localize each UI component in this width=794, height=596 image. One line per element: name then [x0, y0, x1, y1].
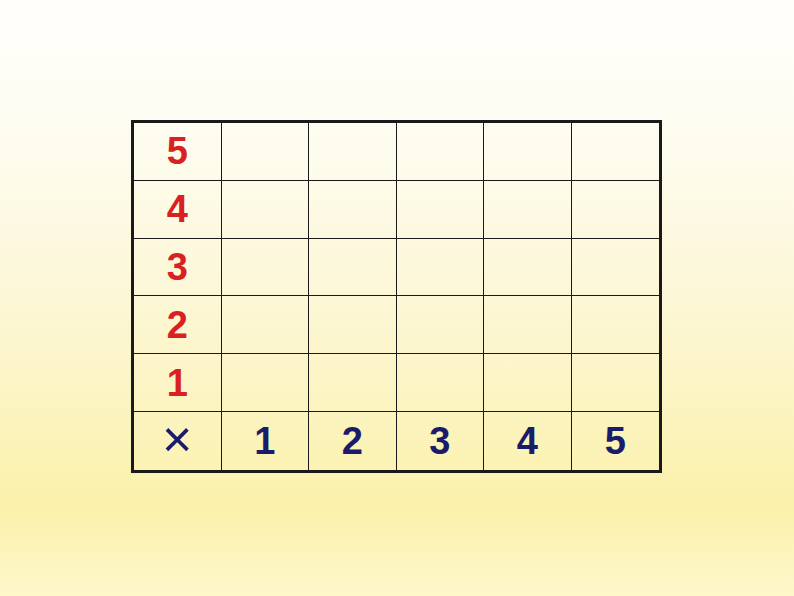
cell-r2-c1 [222, 239, 310, 297]
cell-r4-c4 [484, 354, 572, 412]
col-header-5: 5 [572, 412, 660, 470]
col-header-2: 2 [309, 412, 397, 470]
row-header-2: 2 [134, 296, 222, 354]
cell-r1-c1 [222, 181, 310, 239]
cell-r4-c2 [309, 354, 397, 412]
col-header-3: 3 [397, 412, 485, 470]
cell-r2-c5 [572, 239, 660, 297]
slide-background: 54321×12345 [0, 0, 794, 596]
cell-r1-c3 [397, 181, 485, 239]
row-header-3: 3 [134, 239, 222, 297]
cell-r0-c2 [309, 123, 397, 181]
cell-r3-c2 [309, 296, 397, 354]
cell-r1-c4 [484, 181, 572, 239]
cell-r0-c1 [222, 123, 310, 181]
multiplication-sign: × [134, 412, 222, 470]
col-header-4: 4 [484, 412, 572, 470]
col-header-1: 1 [222, 412, 310, 470]
cell-r2-c4 [484, 239, 572, 297]
cell-r0-c5 [572, 123, 660, 181]
cell-r0-c4 [484, 123, 572, 181]
cell-r3-c1 [222, 296, 310, 354]
cell-r4-c3 [397, 354, 485, 412]
cell-r1-c5 [572, 181, 660, 239]
row-header-1: 1 [134, 354, 222, 412]
multiplication-table-grid: 54321×12345 [131, 120, 662, 473]
cell-r3-c3 [397, 296, 485, 354]
cell-r4-c5 [572, 354, 660, 412]
cell-r3-c4 [484, 296, 572, 354]
cell-r3-c5 [572, 296, 660, 354]
cell-r1-c2 [309, 181, 397, 239]
cell-r0-c3 [397, 123, 485, 181]
cell-r2-c3 [397, 239, 485, 297]
row-header-5: 5 [134, 123, 222, 181]
row-header-4: 4 [134, 181, 222, 239]
cell-r2-c2 [309, 239, 397, 297]
cell-r4-c1 [222, 354, 310, 412]
